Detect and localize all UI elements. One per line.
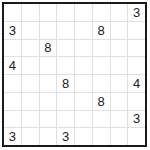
empty-cell-r6c4[interactable]: [57, 93, 74, 110]
empty-cell-r2c5[interactable]: [75, 22, 92, 39]
empty-cell-r6c8[interactable]: [128, 93, 145, 110]
empty-cell-r6c7[interactable]: [111, 93, 128, 110]
empty-cell-r1c5[interactable]: [75, 4, 92, 21]
empty-cell-r2c4[interactable]: [57, 22, 74, 39]
empty-cell-r7c6[interactable]: [93, 111, 110, 128]
empty-cell-r5c6[interactable]: [93, 75, 110, 92]
empty-cell-r2c7[interactable]: [111, 22, 128, 39]
empty-cell-r1c2[interactable]: [22, 4, 39, 21]
empty-cell-r2c2[interactable]: [22, 22, 39, 39]
puzzle-board: 33884848333: [2, 2, 147, 147]
clue-digit: 8: [98, 95, 105, 108]
empty-cell-r7c2[interactable]: [22, 111, 39, 128]
clue-cell-r3c3: 8: [40, 40, 57, 57]
clue-cell-r1c8: 3: [128, 4, 145, 21]
clue-digit: 8: [44, 41, 51, 54]
empty-cell-r5c2[interactable]: [22, 75, 39, 92]
clue-cell-r2c6: 8: [93, 22, 110, 39]
empty-cell-r8c8[interactable]: [128, 128, 145, 145]
empty-cell-r7c4[interactable]: [57, 111, 74, 128]
empty-cell-r1c6[interactable]: [93, 4, 110, 21]
empty-cell-r3c7[interactable]: [111, 40, 128, 57]
empty-cell-r7c7[interactable]: [111, 111, 128, 128]
empty-cell-r6c3[interactable]: [40, 93, 57, 110]
clue-cell-r4c1: 4: [4, 57, 21, 74]
clue-digit: 3: [62, 130, 69, 143]
empty-cell-r7c3[interactable]: [40, 111, 57, 128]
empty-cell-r7c5[interactable]: [75, 111, 92, 128]
empty-cell-r1c1[interactable]: [4, 4, 21, 21]
empty-cell-r4c5[interactable]: [75, 57, 92, 74]
empty-cell-r4c3[interactable]: [40, 57, 57, 74]
empty-cell-r5c5[interactable]: [75, 75, 92, 92]
clue-cell-r2c1: 3: [4, 22, 21, 39]
empty-cell-r4c7[interactable]: [111, 57, 128, 74]
empty-cell-r5c1[interactable]: [4, 75, 21, 92]
empty-cell-r6c2[interactable]: [22, 93, 39, 110]
empty-cell-r4c8[interactable]: [128, 57, 145, 74]
clue-digit: 3: [133, 112, 140, 125]
clue-digit: 4: [9, 59, 16, 72]
empty-cell-r2c3[interactable]: [40, 22, 57, 39]
empty-cell-r3c8[interactable]: [128, 40, 145, 57]
empty-cell-r4c4[interactable]: [57, 57, 74, 74]
empty-cell-r8c7[interactable]: [111, 128, 128, 145]
empty-cell-r3c2[interactable]: [22, 40, 39, 57]
empty-cell-r3c6[interactable]: [93, 40, 110, 57]
clue-cell-r8c1: 3: [4, 128, 21, 145]
clue-digit: 4: [133, 77, 140, 90]
empty-cell-r8c3[interactable]: [40, 128, 57, 145]
clue-cell-r7c8: 3: [128, 111, 145, 128]
empty-cell-r6c1[interactable]: [4, 93, 21, 110]
empty-cell-r8c2[interactable]: [22, 128, 39, 145]
clue-cell-r5c4: 8: [57, 75, 74, 92]
clue-digit: 8: [62, 77, 69, 90]
empty-cell-r7c1[interactable]: [4, 111, 21, 128]
empty-cell-r8c5[interactable]: [75, 128, 92, 145]
empty-cell-r1c4[interactable]: [57, 4, 74, 21]
clue-digit: 3: [133, 6, 140, 19]
empty-cell-r1c7[interactable]: [111, 4, 128, 21]
empty-cell-r1c3[interactable]: [40, 4, 57, 21]
empty-cell-r3c1[interactable]: [4, 40, 21, 57]
empty-cell-r3c4[interactable]: [57, 40, 74, 57]
empty-cell-r4c6[interactable]: [93, 57, 110, 74]
empty-cell-r4c2[interactable]: [22, 57, 39, 74]
clue-digit: 8: [98, 24, 105, 37]
clue-cell-r8c4: 3: [57, 128, 74, 145]
empty-cell-r8c6[interactable]: [93, 128, 110, 145]
clue-digit: 3: [9, 24, 16, 37]
empty-cell-r2c8[interactable]: [128, 22, 145, 39]
empty-cell-r3c5[interactable]: [75, 40, 92, 57]
empty-cell-r5c3[interactable]: [40, 75, 57, 92]
clue-digit: 3: [9, 130, 16, 143]
clue-cell-r5c8: 4: [128, 75, 145, 92]
clue-cell-r6c6: 8: [93, 93, 110, 110]
empty-cell-r6c5[interactable]: [75, 93, 92, 110]
empty-cell-r5c7[interactable]: [111, 75, 128, 92]
